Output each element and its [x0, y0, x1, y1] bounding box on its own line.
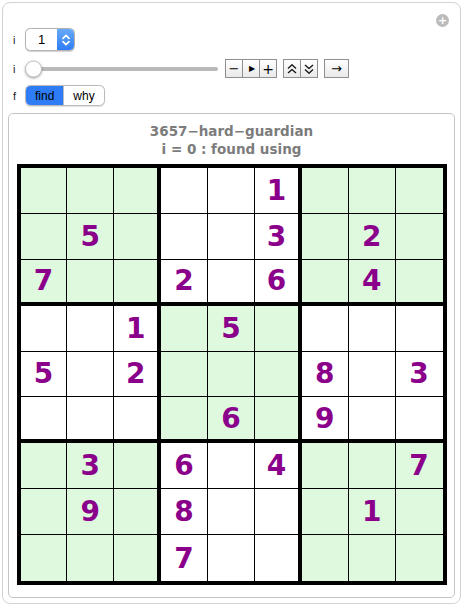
given-digit: 4 — [267, 449, 286, 482]
double-chevron-up-icon — [286, 63, 298, 75]
given-digit: 5 — [221, 312, 240, 345]
sudoku-cell-r6c9 — [396, 397, 443, 443]
sudoku-cell-r3c3 — [114, 260, 161, 306]
sudoku-cell-r8c3 — [114, 489, 161, 535]
sudoku-cell-r2c2: 5 — [67, 214, 114, 260]
sudoku-cell-r4c4 — [161, 306, 208, 352]
animator-button-group: − ▶ + — [225, 59, 277, 78]
sudoku-grid: 153272641552836936479817 — [17, 164, 447, 585]
sudoku-cell-r5c8 — [349, 352, 396, 398]
sudoku-cell-r1c5 — [208, 168, 255, 214]
find-why-setter-bar: find why — [25, 85, 105, 106]
sudoku-cell-r7c2: 3 — [67, 443, 114, 489]
plus-button[interactable]: + — [259, 59, 277, 78]
given-digit: 7 — [174, 542, 193, 575]
sudoku-cell-r4c7 — [302, 306, 349, 352]
sudoku-cell-r4c9 — [396, 306, 443, 352]
sudoku-cell-r4c8 — [349, 306, 396, 352]
sudoku-cell-r1c8 — [349, 168, 396, 214]
sudoku-cell-r2c9 — [396, 214, 443, 260]
given-digit: 3 — [267, 220, 286, 253]
sudoku-cell-r1c9 — [396, 168, 443, 214]
given-digit: 6 — [174, 449, 193, 482]
sudoku-cell-r2c5 — [208, 214, 255, 260]
expand-icon[interactable]: + — [436, 14, 449, 27]
setter-option-why[interactable]: why — [63, 86, 103, 105]
given-digit: 7 — [409, 449, 428, 482]
sudoku-cell-r7c4: 6 — [161, 443, 208, 489]
given-digit: 4 — [362, 264, 381, 297]
setter-option-find[interactable]: find — [26, 86, 63, 105]
given-digit: 2 — [362, 220, 381, 253]
sudoku-cell-r9c9 — [396, 535, 443, 581]
sudoku-cell-r8c1 — [21, 489, 68, 535]
given-digit: 9 — [81, 495, 100, 528]
sudoku-cell-r7c7 — [302, 443, 349, 489]
output-panel: 3657−hard−guardian i = 0 : found using 1… — [8, 113, 455, 598]
sudoku-cell-r6c3 — [114, 397, 161, 443]
i-slider-thumb[interactable] — [25, 60, 42, 77]
i-slider-track[interactable] — [26, 67, 218, 71]
given-digit: 9 — [315, 402, 334, 435]
sudoku-cell-r3c1: 7 — [21, 260, 68, 306]
sudoku-cell-r9c1 — [21, 535, 68, 581]
sudoku-cell-r3c5 — [208, 260, 255, 306]
sudoku-cell-r5c4 — [161, 352, 208, 398]
sudoku-cell-r6c6 — [255, 397, 302, 443]
sudoku-cell-r9c4: 7 — [161, 535, 208, 581]
sudoku-cell-r5c3: 2 — [114, 352, 161, 398]
faster-button[interactable] — [283, 59, 301, 78]
sudoku-cell-r8c2: 9 — [67, 489, 114, 535]
sudoku-cell-r3c2 — [67, 260, 114, 306]
given-digit: 6 — [221, 402, 240, 435]
sudoku-cell-r8c9 — [396, 489, 443, 535]
direction-button[interactable]: → — [324, 59, 349, 78]
sudoku-cell-r9c5 — [208, 535, 255, 581]
given-digit: 1 — [267, 174, 286, 207]
sudoku-cell-r8c8: 1 — [349, 489, 396, 535]
sudoku-cell-r2c3 — [114, 214, 161, 260]
sudoku-cell-r7c6: 4 — [255, 443, 302, 489]
sudoku-cell-r4c1 — [21, 306, 68, 352]
direction-button-group: → — [324, 59, 349, 78]
sudoku-cell-r3c7 — [302, 260, 349, 306]
speed-button-group — [283, 59, 318, 78]
sudoku-cell-r5c1: 5 — [21, 352, 68, 398]
play-button[interactable]: ▶ — [242, 59, 260, 78]
sudoku-cell-r7c5 — [208, 443, 255, 489]
sudoku-cell-r9c2 — [67, 535, 114, 581]
given-digit: 7 — [34, 264, 53, 297]
double-chevron-down-icon — [303, 63, 315, 75]
given-digit: 1 — [126, 312, 145, 345]
sudoku-cell-r6c1 — [21, 397, 68, 443]
sudoku-cell-r6c4 — [161, 397, 208, 443]
sudoku-cell-r9c3 — [114, 535, 161, 581]
sudoku-cell-r1c2 — [67, 168, 114, 214]
sudoku-cell-r1c4 — [161, 168, 208, 214]
sudoku-cell-r3c9 — [396, 260, 443, 306]
slower-button[interactable] — [300, 59, 318, 78]
sudoku-cell-r7c1 — [21, 443, 68, 489]
given-digit: 5 — [81, 220, 100, 253]
manipulate-frame: + i 1 i − ▶ + — [2, 2, 461, 604]
sudoku-cell-r2c4 — [161, 214, 208, 260]
given-digit: 3 — [409, 357, 428, 390]
sudoku-cell-r5c2 — [67, 352, 114, 398]
given-digit: 5 — [34, 357, 53, 390]
sudoku-cell-r2c6: 3 — [255, 214, 302, 260]
sudoku-cell-r1c1 — [21, 168, 68, 214]
sudoku-cell-r3c4: 2 — [161, 260, 208, 306]
setter-label: f — [10, 90, 23, 102]
sudoku-cell-r7c9: 7 — [396, 443, 443, 489]
sudoku-cell-r7c8 — [349, 443, 396, 489]
sudoku-cell-r9c6 — [255, 535, 302, 581]
sudoku-cell-r4c6 — [255, 306, 302, 352]
sudoku-cell-r3c8: 4 — [349, 260, 396, 306]
minus-button[interactable]: − — [225, 59, 243, 78]
popup-label: i — [10, 34, 23, 46]
sudoku-cell-r6c8 — [349, 397, 396, 443]
sudoku-cell-r8c6 — [255, 489, 302, 535]
sudoku-cell-r4c2 — [67, 306, 114, 352]
sudoku-cell-r9c7 — [302, 535, 349, 581]
given-digit: 8 — [174, 495, 193, 528]
puzzle-title: 3657−hard−guardian — [9, 123, 454, 139]
sudoku-cell-r5c7: 8 — [302, 352, 349, 398]
sudoku-cell-r6c5: 6 — [208, 397, 255, 443]
sudoku-cell-r4c5: 5 — [208, 306, 255, 352]
sudoku-cell-r8c5 — [208, 489, 255, 535]
control-row-setter: f find why — [10, 85, 105, 106]
sudoku-cell-r8c7 — [302, 489, 349, 535]
i-dropdown[interactable]: 1 — [25, 28, 75, 51]
control-row-popup: i 1 — [10, 28, 75, 51]
given-digit: 3 — [81, 449, 100, 482]
given-digit: 8 — [315, 357, 334, 390]
sudoku-cell-r4c3: 1 — [114, 306, 161, 352]
up-down-chevrons-icon — [57, 29, 74, 50]
slider-label: i — [10, 63, 23, 75]
given-digit: 2 — [126, 357, 145, 390]
sudoku-cell-r1c7 — [302, 168, 349, 214]
sudoku-cell-r2c1 — [21, 214, 68, 260]
sudoku-cell-r1c6: 1 — [255, 168, 302, 214]
control-row-slider: i − ▶ + → — [10, 59, 349, 78]
sudoku-cell-r5c9: 3 — [396, 352, 443, 398]
sudoku-cell-r8c4: 8 — [161, 489, 208, 535]
sudoku-cell-r2c7 — [302, 214, 349, 260]
given-digit: 6 — [267, 264, 286, 297]
given-digit: 1 — [362, 495, 381, 528]
sudoku-cell-r6c2 — [67, 397, 114, 443]
sudoku-cell-r9c8 — [349, 535, 396, 581]
sudoku-cell-r1c3 — [114, 168, 161, 214]
sudoku-cell-r5c5 — [208, 352, 255, 398]
sudoku-cell-r3c6: 6 — [255, 260, 302, 306]
iteration-status: i = 0 : found using — [9, 141, 454, 157]
sudoku-cell-r5c6 — [255, 352, 302, 398]
i-dropdown-value: 1 — [26, 29, 57, 50]
sudoku-cell-r6c7: 9 — [302, 397, 349, 443]
sudoku-cell-r7c3 — [114, 443, 161, 489]
sudoku-cell-r2c8: 2 — [349, 214, 396, 260]
given-digit: 2 — [174, 264, 193, 297]
